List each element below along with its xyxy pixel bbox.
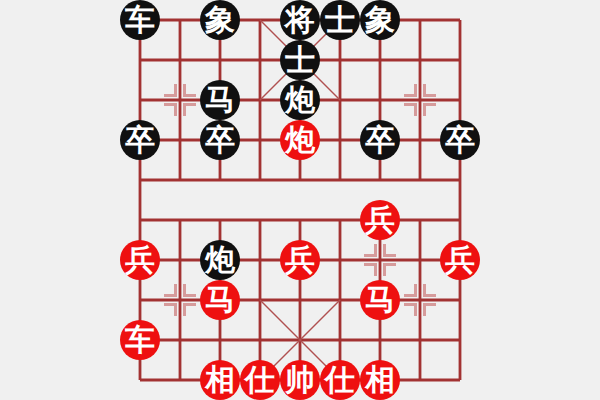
piece-black-elephant[interactable]: 象 (200, 0, 240, 40)
piece-black-advisor[interactable]: 士 (320, 0, 360, 40)
piece-black-general[interactable]: 将 (280, 0, 320, 40)
piece-red-soldier[interactable]: 兵 (360, 200, 400, 240)
piece-black-advisor[interactable]: 士 (280, 40, 320, 80)
piece-red-general[interactable]: 帅 (280, 360, 320, 400)
piece-red-advisor[interactable]: 仕 (320, 360, 360, 400)
piece-red-elephant[interactable]: 相 (200, 360, 240, 400)
piece-black-soldier[interactable]: 卒 (440, 120, 480, 160)
piece-red-soldier[interactable]: 兵 (440, 240, 480, 280)
piece-red-chariot[interactable]: 车 (120, 320, 160, 360)
piece-black-horse[interactable]: 马 (200, 80, 240, 120)
piece-black-soldier[interactable]: 卒 (360, 120, 400, 160)
pieces-layer: 车象将士象士马炮卒卒炮卒卒兵兵炮兵兵马马车相仕帅仕相 (0, 0, 600, 400)
piece-black-soldier[interactable]: 卒 (200, 120, 240, 160)
piece-black-cannon[interactable]: 炮 (280, 80, 320, 120)
xiangqi-board: 车象将士象士马炮卒卒炮卒卒兵兵炮兵兵马马车相仕帅仕相 (0, 0, 600, 400)
piece-red-soldier[interactable]: 兵 (280, 240, 320, 280)
piece-red-horse[interactable]: 马 (360, 280, 400, 320)
piece-red-horse[interactable]: 马 (200, 280, 240, 320)
piece-black-soldier[interactable]: 卒 (120, 120, 160, 160)
piece-black-chariot[interactable]: 车 (120, 0, 160, 40)
piece-red-cannon[interactable]: 炮 (280, 120, 320, 160)
piece-black-cannon[interactable]: 炮 (200, 240, 240, 280)
piece-black-elephant[interactable]: 象 (360, 0, 400, 40)
piece-red-soldier[interactable]: 兵 (120, 240, 160, 280)
piece-red-advisor[interactable]: 仕 (240, 360, 280, 400)
piece-red-elephant[interactable]: 相 (360, 360, 400, 400)
